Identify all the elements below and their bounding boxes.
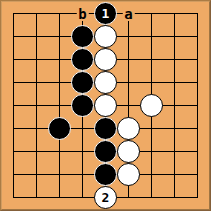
intersection-r7c7: [140, 140, 163, 163]
intersection-r2c5: [94, 25, 117, 48]
intersection-r4c4: [71, 71, 94, 94]
black-stone: [48, 117, 71, 140]
intersection-r8c9: [186, 163, 209, 186]
intersection-r5c8: [163, 94, 186, 117]
intersection-r8c2: [25, 163, 48, 186]
white-stone: [94, 25, 117, 48]
intersection-r5c5: [94, 94, 117, 117]
intersection-r9c1: [2, 186, 25, 209]
intersection-r6c1: [2, 117, 25, 140]
go-diagram-frame-bevel: b1a2: [1, 1, 210, 210]
intersection-r3c2: [25, 48, 48, 71]
intersection-r8c1: [2, 163, 25, 186]
go-diagram-frame: b1a2: [0, 0, 211, 211]
intersection-r1c7: [140, 2, 163, 25]
move-1-stone: 1: [94, 2, 117, 25]
intersection-r7c8: [163, 140, 186, 163]
intersection-r5c9: [186, 94, 209, 117]
intersection-r6c6: [117, 117, 140, 140]
intersection-r4c2: [25, 71, 48, 94]
white-stone: [117, 117, 140, 140]
point-label-a: a: [122, 7, 134, 21]
intersection-r7c5: [94, 140, 117, 163]
intersection-r5c6: [117, 94, 140, 117]
black-stone: [71, 94, 94, 117]
go-board-grid: b1a2: [2, 2, 209, 209]
intersection-r2c2: [25, 25, 48, 48]
intersection-r2c9: [186, 25, 209, 48]
intersection-r7c1: [2, 140, 25, 163]
intersection-r9c4: [71, 186, 94, 209]
intersection-r3c6: [117, 48, 140, 71]
intersection-r6c7: [140, 117, 163, 140]
intersection-r8c3: [48, 163, 71, 186]
intersection-r7c3: [48, 140, 71, 163]
white-stone: [94, 71, 117, 94]
intersection-r9c7: [140, 186, 163, 209]
intersection-r5c4: [71, 94, 94, 117]
intersection-r5c3: [48, 94, 71, 117]
intersection-r8c8: [163, 163, 186, 186]
black-stone: [71, 71, 94, 94]
intersection-r4c1: [2, 71, 25, 94]
intersection-r3c8: [163, 48, 186, 71]
intersection-r7c6: [117, 140, 140, 163]
intersection-r2c6: [117, 25, 140, 48]
intersection-r2c7: [140, 25, 163, 48]
intersection-r1c5: 1: [94, 2, 117, 25]
intersection-r9c9: [186, 186, 209, 209]
white-stone: [94, 48, 117, 71]
intersection-r3c9: [186, 48, 209, 71]
move-2-stone: 2: [94, 186, 117, 209]
intersection-r9c2: [25, 186, 48, 209]
white-stone: [117, 140, 140, 163]
black-stone: [94, 163, 117, 186]
point-label-b: b: [76, 7, 88, 21]
intersection-r8c5: [94, 163, 117, 186]
intersection-r1c8: [163, 2, 186, 25]
intersection-r6c9: [186, 117, 209, 140]
intersection-r9c3: [48, 186, 71, 209]
intersection-r6c2: [25, 117, 48, 140]
intersection-r4c8: [163, 71, 186, 94]
intersection-r4c5: [94, 71, 117, 94]
intersection-r1c4: b: [71, 2, 94, 25]
intersection-r7c9: [186, 140, 209, 163]
intersection-r3c7: [140, 48, 163, 71]
black-stone: [94, 117, 117, 140]
intersection-r7c2: [25, 140, 48, 163]
intersection-r1c1: [2, 2, 25, 25]
intersection-r1c9: [186, 2, 209, 25]
white-stone: [117, 163, 140, 186]
intersection-r5c7: [140, 94, 163, 117]
intersection-r9c6: [117, 186, 140, 209]
intersection-r4c6: [117, 71, 140, 94]
intersection-r7c4: [71, 140, 94, 163]
intersection-r5c1: [2, 94, 25, 117]
intersection-r1c2: [25, 2, 48, 25]
intersection-r2c1: [2, 25, 25, 48]
intersection-r3c1: [2, 48, 25, 71]
intersection-r5c2: [25, 94, 48, 117]
intersection-r9c5: 2: [94, 186, 117, 209]
black-stone: [94, 140, 117, 163]
intersection-r9c8: [163, 186, 186, 209]
intersection-r1c6: a: [117, 2, 140, 25]
intersection-r6c4: [71, 117, 94, 140]
black-stone: [71, 25, 94, 48]
intersection-r3c4: [71, 48, 94, 71]
intersection-r6c5: [94, 117, 117, 140]
intersection-r8c6: [117, 163, 140, 186]
intersection-r6c8: [163, 117, 186, 140]
black-stone: [71, 48, 94, 71]
intersection-r1c3: [48, 2, 71, 25]
intersection-r3c3: [48, 48, 71, 71]
intersection-r8c7: [140, 163, 163, 186]
intersection-r2c3: [48, 25, 71, 48]
intersection-r8c4: [71, 163, 94, 186]
intersection-r2c4: [71, 25, 94, 48]
intersection-r2c8: [163, 25, 186, 48]
white-stone: [140, 94, 163, 117]
intersection-r6c3: [48, 117, 71, 140]
white-stone: [94, 94, 117, 117]
intersection-r4c9: [186, 71, 209, 94]
intersection-r4c3: [48, 71, 71, 94]
intersection-r3c5: [94, 48, 117, 71]
intersection-r4c7: [140, 71, 163, 94]
